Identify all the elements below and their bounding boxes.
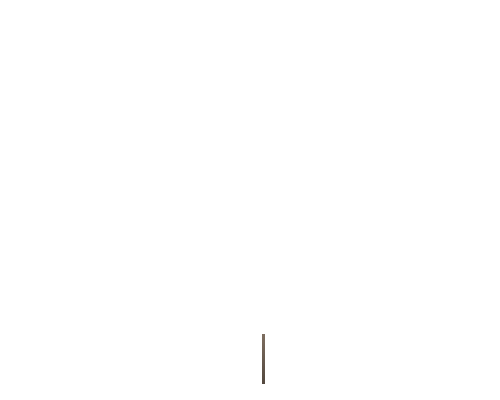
photo-stage bbox=[0, 0, 500, 400]
board-fold-seam bbox=[262, 334, 265, 384]
